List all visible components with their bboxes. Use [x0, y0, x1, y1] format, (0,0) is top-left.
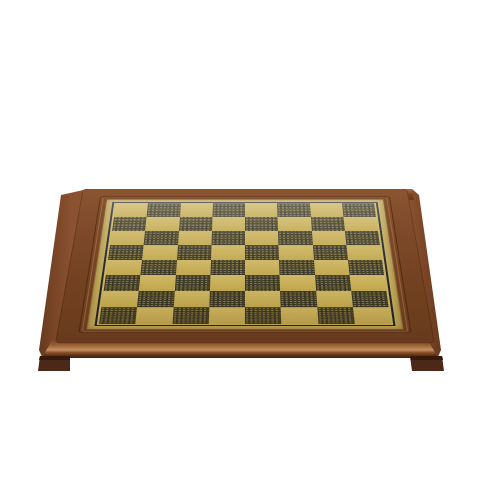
square-f3 — [280, 275, 316, 291]
square-c6 — [178, 231, 212, 245]
square-f2 — [280, 291, 316, 307]
square-e2 — [245, 291, 281, 307]
square-c3 — [174, 275, 210, 291]
square-c5 — [177, 245, 212, 260]
square-d5 — [211, 245, 245, 260]
square-e8 — [245, 203, 278, 217]
square-h5 — [346, 245, 382, 260]
square-e3 — [245, 275, 280, 291]
square-g3 — [315, 275, 351, 291]
square-c7 — [179, 217, 213, 231]
board-scene — [0, 0, 480, 480]
square-g7 — [310, 217, 344, 231]
square-b3 — [139, 275, 175, 291]
square-a1 — [99, 307, 137, 324]
square-b8 — [147, 203, 181, 217]
square-a4 — [106, 260, 142, 275]
square-f5 — [279, 245, 314, 260]
square-g4 — [314, 260, 350, 275]
square-e5 — [245, 245, 279, 260]
square-a6 — [110, 231, 145, 245]
square-d7 — [212, 217, 245, 231]
square-b1 — [136, 307, 174, 324]
square-d6 — [211, 231, 245, 245]
square-g2 — [316, 291, 353, 307]
square-c4 — [175, 260, 210, 275]
square-a2 — [101, 291, 139, 307]
square-d4 — [210, 260, 245, 275]
square-d3 — [210, 275, 245, 291]
square-g8 — [310, 203, 344, 217]
square-e6 — [245, 231, 279, 245]
chess-board — [99, 203, 391, 324]
square-g6 — [311, 231, 346, 245]
square-f4 — [279, 260, 314, 275]
square-h8 — [342, 203, 376, 217]
square-d2 — [209, 291, 245, 307]
square-h2 — [351, 291, 389, 307]
square-f6 — [278, 231, 312, 245]
square-c2 — [173, 291, 209, 307]
product-photo — [0, 0, 480, 480]
square-g1 — [317, 307, 355, 324]
square-h3 — [349, 275, 386, 291]
square-c8 — [180, 203, 213, 217]
board-top — [55, 189, 435, 343]
brass-board-plate — [86, 199, 403, 329]
square-d1 — [209, 307, 245, 324]
square-a3 — [104, 275, 141, 291]
square-b2 — [137, 291, 174, 307]
square-f8 — [277, 203, 310, 217]
square-f7 — [278, 217, 312, 231]
square-h4 — [348, 260, 384, 275]
square-h6 — [345, 231, 380, 245]
square-g5 — [312, 245, 347, 260]
square-h1 — [353, 307, 391, 324]
square-h7 — [343, 217, 378, 231]
square-d8 — [212, 203, 245, 217]
square-c1 — [172, 307, 209, 324]
square-b5 — [142, 245, 177, 260]
square-e1 — [245, 307, 281, 324]
square-a7 — [112, 217, 147, 231]
square-b7 — [145, 217, 179, 231]
square-a8 — [114, 203, 148, 217]
square-a5 — [108, 245, 144, 260]
border-pinstripe — [94, 202, 395, 326]
square-f1 — [281, 307, 318, 324]
square-e4 — [245, 260, 280, 275]
square-b4 — [141, 260, 177, 275]
square-b6 — [144, 231, 179, 245]
square-e7 — [245, 217, 278, 231]
